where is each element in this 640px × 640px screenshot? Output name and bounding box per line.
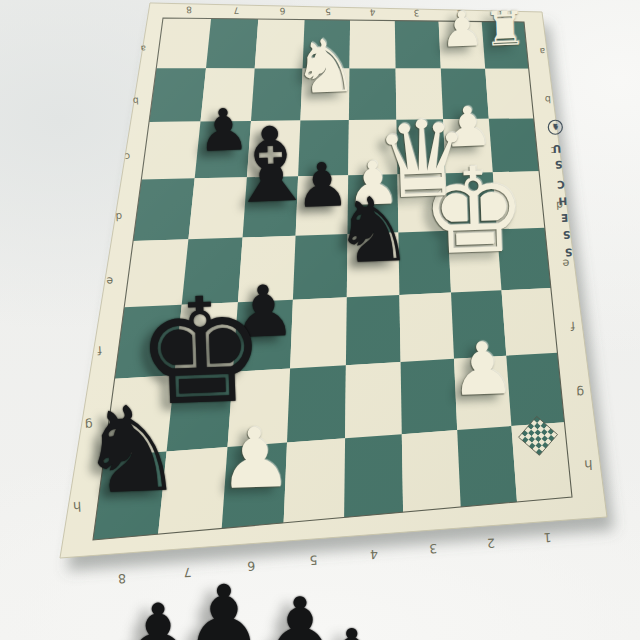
coord-label: b bbox=[544, 94, 551, 105]
brand-letter: C bbox=[556, 179, 565, 191]
coord-label: 7 bbox=[233, 5, 239, 15]
coord-label: 8 bbox=[118, 571, 127, 586]
coord-label: h bbox=[584, 457, 593, 472]
coord-label: 7 bbox=[183, 565, 192, 580]
svg-text:♞: ♞ bbox=[551, 122, 560, 132]
coord-label: c bbox=[125, 151, 131, 162]
piece-black-knight[interactable]: ♞ bbox=[316, 184, 430, 277]
brand-letter: E bbox=[561, 212, 569, 224]
brand-letter: H bbox=[558, 195, 567, 207]
coord-label: g bbox=[576, 385, 585, 400]
piece-black-knight[interactable]: ♞ bbox=[55, 389, 206, 512]
coord-label: b bbox=[132, 96, 139, 106]
coord-label: 5 bbox=[325, 6, 331, 16]
brand-letter: S bbox=[562, 229, 570, 241]
chessboard-photo: 88aa77bb66cc55dd44ee33ff22gg11hhUSCHESS♞… bbox=[0, 0, 640, 640]
coord-label: a bbox=[539, 46, 545, 56]
coord-label: a bbox=[140, 43, 146, 53]
brand-letter: U bbox=[552, 143, 561, 155]
coord-label: 4 bbox=[369, 7, 376, 17]
coord-label: 3 bbox=[429, 541, 438, 556]
piece-white-pawn[interactable]: ♟ bbox=[436, 331, 528, 406]
coord-label: 6 bbox=[247, 559, 256, 574]
coord-label: 3 bbox=[413, 8, 419, 18]
coord-label: 1 bbox=[543, 530, 552, 545]
brand-letter: S bbox=[555, 159, 563, 171]
coord-label: 2 bbox=[487, 536, 496, 551]
piece-white-knight[interactable]: ♞ bbox=[279, 28, 373, 105]
coord-label: d bbox=[115, 211, 122, 223]
coord-label: 6 bbox=[279, 6, 286, 16]
coord-label: 5 bbox=[309, 553, 318, 568]
coord-label: 8 bbox=[186, 5, 193, 15]
coord-label: 4 bbox=[370, 547, 379, 562]
brand-letter: S bbox=[564, 246, 572, 258]
piece-white-pawn[interactable]: ♟ bbox=[431, 4, 493, 54]
